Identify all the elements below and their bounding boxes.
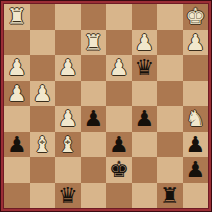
square-g3[interactable] — [157, 132, 183, 158]
square-d7[interactable]: ♜ — [81, 30, 107, 56]
piece-white-pawn-b5[interactable]: ♟ — [32, 81, 52, 107]
chess-diagram: ♜♚♜♟♟♟♟♟♛♟♟♟♟♟♞♟♝♝♟♟♚♟♛♜ — [0, 0, 212, 212]
square-a3[interactable]: ♟ — [4, 132, 30, 158]
square-e5[interactable] — [106, 81, 132, 107]
piece-white-pawn-f7[interactable]: ♟ — [134, 30, 154, 56]
square-e8[interactable] — [106, 4, 132, 30]
square-f6[interactable]: ♛ — [132, 55, 158, 81]
piece-black-pawn-h2[interactable]: ♟ — [185, 157, 205, 183]
square-f8[interactable] — [132, 4, 158, 30]
square-g8[interactable] — [157, 4, 183, 30]
square-h8[interactable]: ♚ — [183, 4, 209, 30]
square-a4[interactable] — [4, 106, 30, 132]
square-e6[interactable]: ♟ — [106, 55, 132, 81]
piece-white-pawn-h7[interactable]: ♟ — [185, 30, 205, 56]
square-h1[interactable] — [183, 183, 209, 209]
piece-black-pawn-d4[interactable]: ♟ — [83, 106, 103, 132]
square-g4[interactable] — [157, 106, 183, 132]
square-a7[interactable] — [4, 30, 30, 56]
square-h7[interactable]: ♟ — [183, 30, 209, 56]
square-c7[interactable] — [55, 30, 81, 56]
square-d5[interactable] — [81, 81, 107, 107]
piece-white-pawn-c4[interactable]: ♟ — [58, 106, 78, 132]
piece-black-pawn-h3[interactable]: ♟ — [185, 132, 205, 158]
piece-white-bishop-b3[interactable]: ♝ — [32, 132, 52, 158]
piece-white-rook-a8[interactable]: ♜ — [7, 4, 27, 30]
square-e7[interactable] — [106, 30, 132, 56]
square-f3[interactable] — [132, 132, 158, 158]
square-c4[interactable]: ♟ — [55, 106, 81, 132]
piece-white-pawn-a5[interactable]: ♟ — [7, 81, 27, 107]
piece-white-pawn-a6[interactable]: ♟ — [7, 55, 27, 81]
square-f2[interactable] — [132, 157, 158, 183]
piece-white-knight-h4[interactable]: ♞ — [185, 106, 205, 132]
square-a5[interactable]: ♟ — [4, 81, 30, 107]
square-e2[interactable]: ♚ — [106, 157, 132, 183]
square-f1[interactable] — [132, 183, 158, 209]
square-d6[interactable] — [81, 55, 107, 81]
piece-black-queen-c1[interactable]: ♛ — [58, 183, 78, 209]
piece-black-pawn-f4[interactable]: ♟ — [134, 106, 154, 132]
square-h3[interactable]: ♟ — [183, 132, 209, 158]
square-c2[interactable] — [55, 157, 81, 183]
square-c8[interactable] — [55, 4, 81, 30]
square-b5[interactable]: ♟ — [30, 81, 56, 107]
square-d4[interactable]: ♟ — [81, 106, 107, 132]
square-c5[interactable] — [55, 81, 81, 107]
square-a1[interactable] — [4, 183, 30, 209]
square-b3[interactable]: ♝ — [30, 132, 56, 158]
piece-white-rook-d7[interactable]: ♜ — [83, 30, 103, 56]
square-f7[interactable]: ♟ — [132, 30, 158, 56]
square-g7[interactable] — [157, 30, 183, 56]
square-g6[interactable] — [157, 55, 183, 81]
square-h2[interactable]: ♟ — [183, 157, 209, 183]
square-e4[interactable] — [106, 106, 132, 132]
square-b2[interactable] — [30, 157, 56, 183]
piece-white-king-h8[interactable]: ♚ — [185, 4, 205, 30]
square-d1[interactable] — [81, 183, 107, 209]
square-c1[interactable]: ♛ — [55, 183, 81, 209]
piece-black-pawn-e3[interactable]: ♟ — [109, 132, 129, 158]
square-c3[interactable]: ♝ — [55, 132, 81, 158]
square-g1[interactable]: ♜ — [157, 183, 183, 209]
square-d3[interactable] — [81, 132, 107, 158]
piece-white-pawn-c6[interactable]: ♟ — [58, 55, 78, 81]
board-frame: ♜♚♜♟♟♟♟♟♛♟♟♟♟♟♞♟♝♝♟♟♚♟♛♜ — [0, 0, 212, 212]
piece-white-pawn-e6[interactable]: ♟ — [109, 55, 129, 81]
square-d2[interactable] — [81, 157, 107, 183]
square-g5[interactable] — [157, 81, 183, 107]
square-g2[interactable] — [157, 157, 183, 183]
square-a2[interactable] — [4, 157, 30, 183]
square-c6[interactable]: ♟ — [55, 55, 81, 81]
piece-black-king-e2[interactable]: ♚ — [109, 157, 129, 183]
piece-black-queen-f6[interactable]: ♛ — [134, 55, 154, 81]
square-b8[interactable] — [30, 4, 56, 30]
square-e3[interactable]: ♟ — [106, 132, 132, 158]
square-a6[interactable]: ♟ — [4, 55, 30, 81]
chess-board: ♜♚♜♟♟♟♟♟♛♟♟♟♟♟♞♟♝♝♟♟♚♟♛♜ — [4, 4, 208, 208]
square-f5[interactable] — [132, 81, 158, 107]
piece-black-rook-g1[interactable]: ♜ — [160, 183, 180, 209]
square-f4[interactable]: ♟ — [132, 106, 158, 132]
square-b4[interactable] — [30, 106, 56, 132]
square-h5[interactable] — [183, 81, 209, 107]
piece-white-bishop-c3[interactable]: ♝ — [58, 132, 78, 158]
piece-black-pawn-a3[interactable]: ♟ — [7, 132, 27, 158]
square-d8[interactable] — [81, 4, 107, 30]
square-b1[interactable] — [30, 183, 56, 209]
square-h4[interactable]: ♞ — [183, 106, 209, 132]
square-b7[interactable] — [30, 30, 56, 56]
square-e1[interactable] — [106, 183, 132, 209]
square-h6[interactable] — [183, 55, 209, 81]
square-b6[interactable] — [30, 55, 56, 81]
square-a8[interactable]: ♜ — [4, 4, 30, 30]
